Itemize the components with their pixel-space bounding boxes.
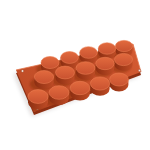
cavity-top [80,47,98,59]
mold-cavity [56,66,75,84]
cavity-top [110,73,129,86]
cavity-top [56,66,75,79]
cavity-top [41,57,59,69]
mold-cavity [96,57,114,75]
mold-cavity [115,53,133,70]
cavity-top [115,53,133,65]
mold-cavity [110,73,129,92]
product-photo [0,0,150,150]
cavity-top [96,57,114,69]
cavity-top [115,40,132,51]
mold-cavity [80,47,98,64]
silicone-mold-illustration [0,0,150,150]
mold-cavity [28,90,48,110]
cavity-top [34,71,53,84]
cavity-top [98,43,115,54]
mold-cavity [70,81,90,100]
mold-cavity [90,77,109,96]
mold-cavity [34,71,53,90]
mold-cavity [76,62,95,80]
corner-hole [138,69,140,71]
mold-cavity [49,86,69,105]
cavity-top [70,81,90,94]
mold-cavity [61,52,79,69]
cavity-top [49,86,69,100]
cavity-top [76,62,95,75]
cavity-top [61,52,79,64]
cavity-top [28,90,48,104]
cavity-top [90,77,109,90]
corner-hole [21,70,24,73]
mold-cavity [98,43,115,59]
